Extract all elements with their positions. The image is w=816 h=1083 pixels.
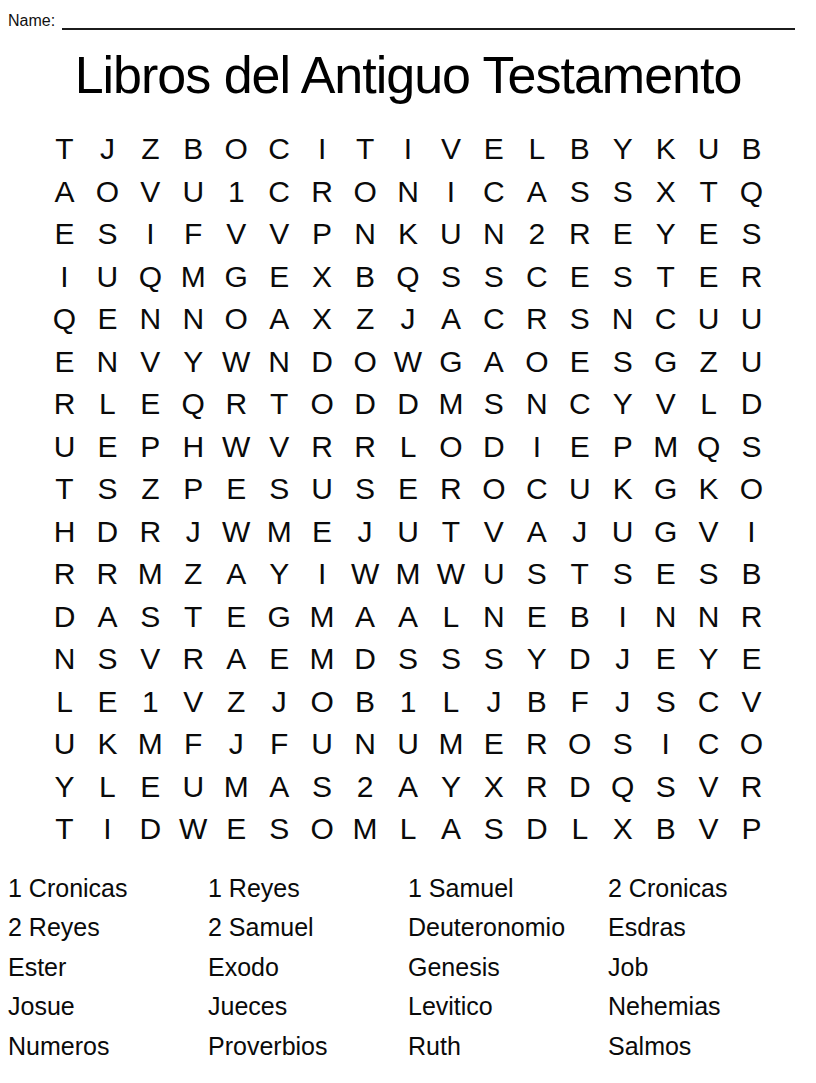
grid-cell: W [172, 808, 215, 851]
grid-cell: A [344, 596, 387, 639]
grid-cell: P [129, 426, 172, 469]
grid-cell: Y [258, 553, 301, 596]
grid-cell: M [258, 511, 301, 554]
grid-cell: K [86, 723, 129, 766]
grid-cell: N [43, 638, 86, 681]
grid-cell: L [387, 808, 430, 851]
grid-cell: I [644, 723, 687, 766]
grid-cell: E [601, 213, 644, 256]
grid-cell: Q [687, 426, 730, 469]
grid-cell: V [644, 383, 687, 426]
grid-cell: I [129, 213, 172, 256]
grid-cell: U [558, 468, 601, 511]
grid-cell: K [387, 213, 430, 256]
grid-cell: Q [387, 256, 430, 299]
grid-cell: R [129, 511, 172, 554]
grid-cell: E [687, 213, 730, 256]
grid-cell: K [644, 128, 687, 171]
grid-cell: E [43, 213, 86, 256]
grid-cell: S [344, 468, 387, 511]
word-item: Ester [8, 948, 208, 988]
word-item: 1 Reyes [208, 869, 408, 909]
grid-cell: Q [601, 766, 644, 809]
grid-cell: I [730, 511, 773, 554]
grid-cell: D [129, 808, 172, 851]
grid-cell: U [172, 766, 215, 809]
grid-cell: D [387, 383, 430, 426]
grid-cell: B [344, 681, 387, 724]
grid-cell: R [730, 766, 773, 809]
word-item: Levitico [408, 987, 608, 1027]
grid-cell: I [429, 171, 472, 214]
grid-cell: H [172, 426, 215, 469]
grid-cell: Q [43, 298, 86, 341]
grid-cell: R [515, 298, 558, 341]
grid-cell: T [172, 596, 215, 639]
grid-cell: B [344, 256, 387, 299]
grid-cell: A [429, 298, 472, 341]
grid-cell: N [344, 213, 387, 256]
grid-cell: A [472, 341, 515, 384]
grid-cell: E [258, 638, 301, 681]
grid-cell: I [301, 553, 344, 596]
grid-cell: V [258, 213, 301, 256]
grid-cell: U [730, 341, 773, 384]
grid-cell: S [730, 213, 773, 256]
grid-cell: X [301, 256, 344, 299]
grid-cell: I [86, 808, 129, 851]
grid-cell: W [387, 341, 430, 384]
grid-cell: J [601, 638, 644, 681]
grid-cell: N [687, 596, 730, 639]
grid-cell: O [86, 171, 129, 214]
grid-cell: A [429, 808, 472, 851]
grid-cell: G [258, 596, 301, 639]
grid-cell: C [515, 256, 558, 299]
grid-cell: F [258, 723, 301, 766]
word-item: Ruth [408, 1027, 608, 1067]
grid-cell: U [687, 128, 730, 171]
grid-cell: U [472, 553, 515, 596]
grid-cell: F [558, 681, 601, 724]
grid-cell: N [515, 383, 558, 426]
word-item: Job [608, 948, 816, 988]
grid-cell: V [687, 808, 730, 851]
grid-cell: C [558, 383, 601, 426]
grid-cell: S [387, 638, 430, 681]
grid-cell: M [129, 723, 172, 766]
grid-cell: S [429, 256, 472, 299]
grid-cell: A [215, 553, 258, 596]
grid-cell: D [43, 596, 86, 639]
grid-cell: N [172, 298, 215, 341]
grid-cell: C [258, 128, 301, 171]
grid-cell: S [86, 213, 129, 256]
grid-cell: E [558, 341, 601, 384]
grid-cell: N [86, 341, 129, 384]
grid-cell: Y [515, 638, 558, 681]
grid-cell: A [387, 596, 430, 639]
grid-cell: E [644, 638, 687, 681]
grid-cell: E [472, 723, 515, 766]
grid-cell: Y [601, 128, 644, 171]
grid-cell: N [387, 171, 430, 214]
grid-cell: U [43, 723, 86, 766]
grid-cell: E [472, 128, 515, 171]
grid-cell: N [344, 723, 387, 766]
grid-cell: E [515, 596, 558, 639]
grid-cell: O [301, 808, 344, 851]
grid-cell: O [558, 723, 601, 766]
grid-cell: R [172, 638, 215, 681]
grid-cell: S [601, 256, 644, 299]
word-item: Genesis [408, 948, 608, 988]
grid-cell: S [301, 766, 344, 809]
grid-cell: S [472, 808, 515, 851]
grid-cell: S [515, 553, 558, 596]
grid-cell: D [472, 426, 515, 469]
grid-cell: Y [687, 638, 730, 681]
grid-cell: V [129, 171, 172, 214]
grid-cell: Z [215, 681, 258, 724]
grid-cell: G [429, 341, 472, 384]
grid-cell: S [601, 553, 644, 596]
grid-cell: A [258, 766, 301, 809]
name-row: Name: [0, 0, 816, 31]
grid-cell: T [429, 511, 472, 554]
grid-cell: M [301, 638, 344, 681]
grid-cell: S [258, 808, 301, 851]
word-item: 2 Reyes [8, 908, 208, 948]
grid-cell: E [301, 511, 344, 554]
grid-cell: E [558, 256, 601, 299]
grid-cell: N [472, 596, 515, 639]
word-item: Numeros [8, 1027, 208, 1067]
grid-cell: A [215, 638, 258, 681]
grid-cell: T [344, 128, 387, 171]
grid-cell: R [730, 256, 773, 299]
grid-cell: L [86, 766, 129, 809]
grid-cell: X [644, 171, 687, 214]
grid-cell: Y [43, 766, 86, 809]
grid-cell: W [215, 341, 258, 384]
grid-cell: S [601, 341, 644, 384]
grid-cell: 2 [344, 766, 387, 809]
grid-cell: U [601, 511, 644, 554]
grid-cell: O [515, 341, 558, 384]
word-item: Exodo [208, 948, 408, 988]
grid-cell: F [172, 723, 215, 766]
grid-cell: R [429, 468, 472, 511]
grid-cell: N [472, 213, 515, 256]
grid-cell: L [86, 383, 129, 426]
grid-cell: S [644, 681, 687, 724]
grid-cell: Z [344, 298, 387, 341]
grid-cell: L [429, 681, 472, 724]
grid-cell: C [258, 171, 301, 214]
grid-cell: X [301, 298, 344, 341]
grid-cell: I [301, 128, 344, 171]
grid-cell: C [687, 681, 730, 724]
grid-cell: E [129, 383, 172, 426]
grid-cell: V [129, 638, 172, 681]
name-label: Name: [8, 11, 55, 31]
grid-cell: U [387, 723, 430, 766]
grid-cell: R [215, 383, 258, 426]
grid-cell: R [43, 553, 86, 596]
grid-cell: X [472, 766, 515, 809]
grid-cell: U [172, 171, 215, 214]
grid-cell: M [387, 553, 430, 596]
grid-cell: V [258, 426, 301, 469]
grid-cell: O [215, 128, 258, 171]
grid-cell: S [558, 298, 601, 341]
word-item: 1 Samuel [408, 869, 608, 909]
word-item: Josue [8, 987, 208, 1027]
grid-cell: B [172, 128, 215, 171]
grid-cell: D [86, 511, 129, 554]
grid-cell: E [644, 553, 687, 596]
grid-cell: U [86, 256, 129, 299]
grid-cell: E [730, 638, 773, 681]
grid-cell: M [301, 596, 344, 639]
grid-cell: E [258, 256, 301, 299]
grid-cell: J [215, 723, 258, 766]
grid-cell: Q [129, 256, 172, 299]
grid-cell: E [387, 468, 430, 511]
worksheet-page: Name: Libros del Antiguo Testamento TJZB… [0, 0, 816, 1083]
word-item: 1 Cronicas [8, 869, 208, 909]
grid-cell: O [301, 383, 344, 426]
grid-cell: G [644, 468, 687, 511]
grid-cell: I [601, 596, 644, 639]
grid-cell: O [730, 468, 773, 511]
grid-cell: D [558, 766, 601, 809]
grid-cell: S [86, 638, 129, 681]
grid-cell: A [86, 596, 129, 639]
grid-cell: E [215, 596, 258, 639]
grid-cell: U [730, 298, 773, 341]
grid-cell: J [258, 681, 301, 724]
grid-cell: S [644, 766, 687, 809]
grid-cell: R [558, 213, 601, 256]
grid-cell: E [215, 468, 258, 511]
grid-cell: D [558, 638, 601, 681]
grid-cell: N [644, 596, 687, 639]
grid-cell: Z [129, 468, 172, 511]
grid-cell: S [730, 426, 773, 469]
grid-cell: N [601, 298, 644, 341]
grid-cell: V [172, 681, 215, 724]
grid-cell: B [558, 128, 601, 171]
grid-cell: Z [172, 553, 215, 596]
grid-cell: J [558, 511, 601, 554]
grid-cell: T [258, 383, 301, 426]
name-write-line [62, 10, 795, 30]
grid-cell: M [644, 426, 687, 469]
grid-cell: J [472, 681, 515, 724]
grid-cell: M [344, 808, 387, 851]
grid-cell: 1 [215, 171, 258, 214]
grid-cell: R [344, 426, 387, 469]
grid-cell: V [129, 341, 172, 384]
grid-cell: M [215, 766, 258, 809]
grid-cell: D [301, 341, 344, 384]
grid-cell: U [687, 298, 730, 341]
grid-cell: G [215, 256, 258, 299]
grid-cell: B [644, 808, 687, 851]
grid-cell: E [86, 681, 129, 724]
grid-cell: J [172, 511, 215, 554]
grid-cell: R [301, 426, 344, 469]
grid-cell: D [515, 808, 558, 851]
grid-cell: E [558, 426, 601, 469]
grid-cell: D [344, 638, 387, 681]
grid-cell: X [601, 808, 644, 851]
grid-cell: K [601, 468, 644, 511]
grid-cell: C [472, 171, 515, 214]
grid-cell: L [43, 681, 86, 724]
grid-cell: S [129, 596, 172, 639]
grid-cell: 1 [129, 681, 172, 724]
grid-cell: W [215, 511, 258, 554]
grid-cell: L [429, 596, 472, 639]
grid-cell: C [472, 298, 515, 341]
grid-cell: F [172, 213, 215, 256]
grid-cell: N [129, 298, 172, 341]
grid-cell: C [515, 468, 558, 511]
grid-cell: K [687, 468, 730, 511]
grid-cell: S [258, 468, 301, 511]
grid-cell: A [43, 171, 86, 214]
grid-cell: B [515, 681, 558, 724]
grid-cell: S [429, 638, 472, 681]
grid-cell: R [515, 723, 558, 766]
word-search-grid: TJZBOCITIVELBYKUBAOVU1CRONICASSXTQESIFVV… [43, 128, 773, 851]
word-item: Salmos [608, 1027, 816, 1067]
grid-cell: R [43, 383, 86, 426]
grid-cell: R [301, 171, 344, 214]
word-item: 2 Cronicas [608, 869, 816, 909]
grid-cell: G [644, 511, 687, 554]
grid-cell: V [730, 681, 773, 724]
puzzle-title: Libros del Antiguo Testamento [0, 45, 816, 105]
grid-cell: A [387, 766, 430, 809]
grid-cell: L [515, 128, 558, 171]
grid-cell: I [387, 128, 430, 171]
grid-cell: Y [601, 383, 644, 426]
grid-cell: O [730, 723, 773, 766]
word-item: Proverbios [208, 1027, 408, 1067]
grid-cell: E [129, 766, 172, 809]
grid-cell: U [301, 468, 344, 511]
grid-cell: Y [644, 213, 687, 256]
grid-cell: C [687, 723, 730, 766]
grid-cell: E [43, 341, 86, 384]
word-item: 2 Samuel [208, 908, 408, 948]
grid-cell: G [644, 341, 687, 384]
grid-cell: W [215, 426, 258, 469]
grid-cell: L [558, 808, 601, 851]
grid-cell: M [429, 383, 472, 426]
grid-cell: O [472, 468, 515, 511]
grid-cell: V [429, 128, 472, 171]
grid-cell: D [344, 383, 387, 426]
grid-cell: B [730, 553, 773, 596]
grid-cell: S [472, 383, 515, 426]
grid-cell: M [172, 256, 215, 299]
grid-cell: T [43, 468, 86, 511]
grid-cell: C [644, 298, 687, 341]
grid-cell: P [172, 468, 215, 511]
grid-cell: Q [730, 171, 773, 214]
grid-cell: V [687, 766, 730, 809]
grid-cell: J [86, 128, 129, 171]
grid-cell: S [601, 171, 644, 214]
grid-cell: U [43, 426, 86, 469]
grid-cell: T [43, 808, 86, 851]
grid-cell: S [601, 723, 644, 766]
grid-cell: B [730, 128, 773, 171]
grid-cell: E [215, 808, 258, 851]
grid-cell: W [344, 553, 387, 596]
grid-cell: A [515, 171, 558, 214]
grid-cell: Z [129, 128, 172, 171]
grid-cell: L [687, 383, 730, 426]
grid-cell: N [258, 341, 301, 384]
grid-cell: 2 [515, 213, 558, 256]
grid-cell: H [43, 511, 86, 554]
grid-cell: M [129, 553, 172, 596]
grid-cell: V [472, 511, 515, 554]
grid-cell: T [43, 128, 86, 171]
grid-cell: S [472, 256, 515, 299]
grid-cell: I [515, 426, 558, 469]
grid-cell: R [730, 596, 773, 639]
grid-cell: L [387, 426, 430, 469]
grid-cell: Y [172, 341, 215, 384]
word-item: Jueces [208, 987, 408, 1027]
grid-cell: U [429, 213, 472, 256]
grid-cell: S [472, 638, 515, 681]
grid-cell: P [601, 426, 644, 469]
grid-cell: Y [429, 766, 472, 809]
grid-cell: U [301, 723, 344, 766]
word-item: Deuteronomio [408, 908, 608, 948]
grid-cell: O [344, 171, 387, 214]
grid-cell: E [86, 426, 129, 469]
grid-cell: S [558, 171, 601, 214]
grid-cell: Q [172, 383, 215, 426]
grid-cell: O [301, 681, 344, 724]
grid-cell: B [558, 596, 601, 639]
grid-cell: J [344, 511, 387, 554]
grid-cell: O [429, 426, 472, 469]
grid-cell: O [344, 341, 387, 384]
grid-cell: O [215, 298, 258, 341]
grid-cell: V [215, 213, 258, 256]
grid-cell: I [43, 256, 86, 299]
grid-cell: J [601, 681, 644, 724]
grid-cell: T [558, 553, 601, 596]
grid-cell: U [387, 511, 430, 554]
grid-cell: P [301, 213, 344, 256]
grid-cell: V [687, 511, 730, 554]
grid-cell: E [687, 256, 730, 299]
grid-cell: R [515, 766, 558, 809]
grid-cell: Z [687, 341, 730, 384]
grid-cell: A [258, 298, 301, 341]
